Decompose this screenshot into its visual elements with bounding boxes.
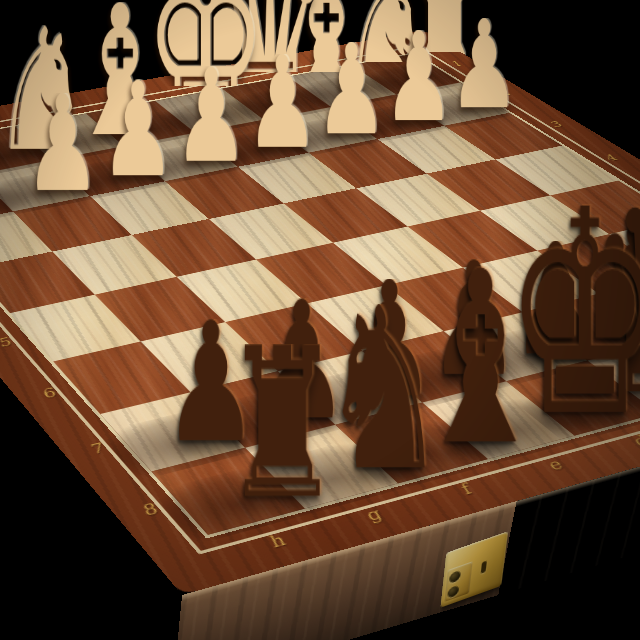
- white-pawn-glyph: ♟: [101, 80, 176, 182]
- brass-clasp: [440, 531, 508, 608]
- file-label-g: g: [358, 506, 386, 525]
- file-label-e: e: [540, 456, 568, 473]
- white-pawn-glyph: ♟: [449, 18, 519, 113]
- chess-board: ♜♞♝♚♛♝♞♜♟♟♟♟♟♟♟♟♟♟♟♟♟♟♟♟♜♞♝♚♛♝♞♜ hgfedcb…: [0, 30, 640, 595]
- rank-label-left-8: 8: [136, 501, 162, 520]
- white-pawn-glyph: ♟: [25, 93, 101, 197]
- rank-label-right-3: 3: [545, 120, 566, 130]
- white-pawn-glyph: ♟: [246, 54, 319, 153]
- white-pawn-glyph: ♟: [174, 67, 248, 168]
- white-pawn-glyph: ♟: [0, 107, 24, 212]
- board-grid: ♜♞♝♚♛♝♞♜♟♟♟♟♟♟♟♟♟♟♟♟♟♟♟♟♜♞♝♚♛♝♞♜: [0, 52, 640, 538]
- file-label-h: h: [262, 532, 290, 552]
- file-label-f: f: [453, 481, 477, 498]
- rank-label-left-6: 6: [37, 386, 60, 402]
- rank-label-left-7: 7: [84, 440, 108, 457]
- white-pawn-glyph: ♟: [316, 42, 388, 140]
- white-pawn-glyph: ♟: [383, 30, 454, 127]
- black-rook-glyph: ♜: [223, 344, 342, 506]
- rank-label-left-5: 5: [0, 335, 15, 349]
- chess-set-photo: ♜♞♝♚♛♝♞♜♟♟♟♟♟♟♟♟♟♟♟♟♟♟♟♟♜♞♝♚♛♝♞♜ hgfedcb…: [0, 0, 640, 640]
- file-label-d: d: [625, 433, 640, 450]
- square-h8: ♜: [152, 448, 305, 535]
